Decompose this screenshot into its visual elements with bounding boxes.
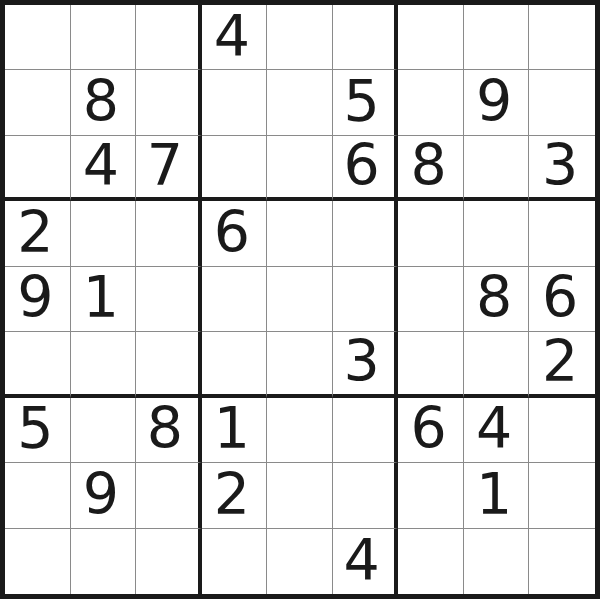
cell-r4c8[interactable] [464, 201, 530, 266]
cell-r9c4[interactable] [202, 529, 268, 594]
cell-r8c6[interactable] [333, 463, 399, 528]
cell-r7c8[interactable]: 4 [464, 398, 530, 463]
cell-r3c9[interactable]: 3 [529, 136, 595, 201]
cell-r8c1[interactable] [5, 463, 71, 528]
cell-r1c4[interactable]: 4 [202, 5, 268, 70]
cell-r2c3[interactable] [136, 70, 202, 135]
cell-r5c2[interactable]: 1 [71, 267, 137, 332]
cell-r4c6[interactable] [333, 201, 399, 266]
cell-r1c2[interactable] [71, 5, 137, 70]
cell-r9c5[interactable] [267, 529, 333, 594]
cell-r6c3[interactable] [136, 332, 202, 397]
cell-r8c9[interactable] [529, 463, 595, 528]
cell-r6c2[interactable] [71, 332, 137, 397]
cell-r9c6[interactable]: 4 [333, 529, 399, 594]
cell-r7c2[interactable] [71, 398, 137, 463]
cell-r1c9[interactable] [529, 5, 595, 70]
cell-r8c8[interactable]: 1 [464, 463, 530, 528]
cell-r1c6[interactable] [333, 5, 399, 70]
cell-r2c6[interactable]: 5 [333, 70, 399, 135]
cell-r4c5[interactable] [267, 201, 333, 266]
cell-r2c4[interactable] [202, 70, 268, 135]
cell-r7c1[interactable]: 5 [5, 398, 71, 463]
cell-r1c5[interactable] [267, 5, 333, 70]
cell-r8c4[interactable]: 2 [202, 463, 268, 528]
cell-r7c5[interactable] [267, 398, 333, 463]
cell-r7c3[interactable]: 8 [136, 398, 202, 463]
cell-r5c1[interactable]: 9 [5, 267, 71, 332]
cell-r3c5[interactable] [267, 136, 333, 201]
cell-r3c1[interactable] [5, 136, 71, 201]
cell-r6c8[interactable] [464, 332, 530, 397]
cell-r5c8[interactable]: 8 [464, 267, 530, 332]
cell-r1c7[interactable] [398, 5, 464, 70]
cell-r6c1[interactable] [5, 332, 71, 397]
cell-r1c8[interactable] [464, 5, 530, 70]
cell-r5c6[interactable] [333, 267, 399, 332]
cell-r4c4[interactable]: 6 [202, 201, 268, 266]
cell-r8c5[interactable] [267, 463, 333, 528]
cell-r7c7[interactable]: 6 [398, 398, 464, 463]
cell-r8c2[interactable]: 9 [71, 463, 137, 528]
sudoku-puzzle: 48594768326918632581649214 [0, 0, 600, 599]
cell-r3c4[interactable] [202, 136, 268, 201]
cell-r9c7[interactable] [398, 529, 464, 594]
cell-r6c5[interactable] [267, 332, 333, 397]
cell-r4c1[interactable]: 2 [5, 201, 71, 266]
cell-r9c1[interactable] [5, 529, 71, 594]
cell-r9c3[interactable] [136, 529, 202, 594]
cell-r4c7[interactable] [398, 201, 464, 266]
cell-r4c3[interactable] [136, 201, 202, 266]
cell-r7c4[interactable]: 1 [202, 398, 268, 463]
cell-r5c9[interactable]: 6 [529, 267, 595, 332]
cell-r2c7[interactable] [398, 70, 464, 135]
cell-r1c3[interactable] [136, 5, 202, 70]
cell-r9c9[interactable] [529, 529, 595, 594]
cell-r7c6[interactable] [333, 398, 399, 463]
cell-r3c3[interactable]: 7 [136, 136, 202, 201]
cell-r2c2[interactable]: 8 [71, 70, 137, 135]
cell-r5c5[interactable] [267, 267, 333, 332]
cell-r2c8[interactable]: 9 [464, 70, 530, 135]
sudoku-board: 48594768326918632581649214 [0, 0, 600, 599]
cell-r9c8[interactable] [464, 529, 530, 594]
cell-r3c7[interactable]: 8 [398, 136, 464, 201]
cell-r8c3[interactable] [136, 463, 202, 528]
cell-r6c7[interactable] [398, 332, 464, 397]
cell-r6c9[interactable]: 2 [529, 332, 595, 397]
cell-r6c6[interactable]: 3 [333, 332, 399, 397]
cell-r4c2[interactable] [71, 201, 137, 266]
cell-r3c8[interactable] [464, 136, 530, 201]
cell-r5c7[interactable] [398, 267, 464, 332]
cell-r5c4[interactable] [202, 267, 268, 332]
cell-r3c6[interactable]: 6 [333, 136, 399, 201]
cell-r2c9[interactable] [529, 70, 595, 135]
cell-r5c3[interactable] [136, 267, 202, 332]
cell-r9c2[interactable] [71, 529, 137, 594]
cell-r2c5[interactable] [267, 70, 333, 135]
cell-r6c4[interactable] [202, 332, 268, 397]
cell-r3c2[interactable]: 4 [71, 136, 137, 201]
cell-r8c7[interactable] [398, 463, 464, 528]
cell-r7c9[interactable] [529, 398, 595, 463]
cell-r2c1[interactable] [5, 70, 71, 135]
cell-r4c9[interactable] [529, 201, 595, 266]
cell-r1c1[interactable] [5, 5, 71, 70]
